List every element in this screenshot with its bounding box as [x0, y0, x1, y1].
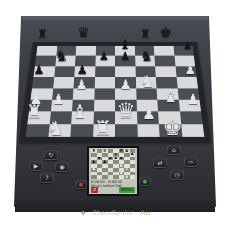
select-button[interactable]: ◉ — [55, 162, 69, 172]
lcd-screen: ♜♛♜♚♝♟♞♟♟♞♟♟♟♟♟♞♟♟♝♟♜♝♛♟♞♜♚ 0:00:00 0:00… — [87, 146, 139, 196]
board-square[interactable] — [115, 124, 137, 137]
clock-button[interactable]: ◷ — [170, 170, 184, 180]
board-square[interactable] — [36, 46, 57, 56]
board-square[interactable] — [155, 66, 176, 77]
board-square[interactable] — [180, 112, 203, 124]
lcd-piece: ♜ — [108, 175, 112, 179]
piece-white-knight[interactable]: ♞ — [47, 119, 65, 139]
piece-white-bishop[interactable]: ♝ — [72, 103, 89, 122]
select-icon: ◉ — [59, 164, 64, 170]
board-square[interactable] — [154, 56, 175, 66]
lcd-piece: ♚ — [125, 175, 129, 179]
piece-white-queen[interactable]: ♛ — [116, 100, 135, 121]
piece-black-queen[interactable]: ♛ — [77, 26, 89, 40]
board-square[interactable] — [137, 124, 160, 137]
board-square[interactable] — [70, 124, 93, 137]
green-confirm-button[interactable]: ● — [139, 177, 151, 186]
lcd-piece: ♞ — [97, 175, 101, 179]
piece-white-king[interactable]: ♚ — [163, 116, 183, 139]
piece-black-pawn[interactable]: ♟ — [34, 64, 45, 76]
piece-white-pawn[interactable]: ♟ — [142, 107, 155, 122]
piece-white-pawn[interactable]: ♟ — [52, 92, 65, 106]
millennium-cross-icon: ✚ — [81, 209, 86, 216]
help-button[interactable]: ? — [40, 173, 54, 183]
piece-white-pawn[interactable]: ♟ — [187, 92, 200, 106]
brand-name: ChessGenius — [93, 209, 134, 216]
product-photo: ♜♛♜♚♝♟♞♟♟♞♟♟♟♟♟♞♟♟♝♟♜♝♛♟♞♜♚ ↻ ▶ ◉ ? ● ⌂ … — [0, 0, 230, 230]
piece-white-rook[interactable]: ♜ — [94, 119, 112, 139]
piece-black-pawn[interactable]: ♟ — [120, 51, 130, 62]
home-button[interactable]: ⌂ — [167, 145, 181, 155]
lcd-red-softkey: ✗ — [91, 187, 98, 193]
help-icon: ? — [45, 175, 48, 181]
piece-black-pawn[interactable]: ♟ — [77, 64, 88, 76]
home-icon: ⌂ — [172, 147, 176, 153]
board-square[interactable] — [115, 66, 135, 77]
board-square[interactable] — [76, 46, 96, 56]
green-dot-icon: ● — [143, 179, 147, 184]
board-square[interactable] — [94, 77, 115, 88]
board-square[interactable] — [53, 77, 74, 88]
piece-white-rook[interactable]: ♜ — [26, 103, 43, 122]
lcd-green-softkey: MENU — [119, 187, 135, 193]
play-button[interactable]: ▶ — [29, 161, 43, 171]
piece-black-rook[interactable]: ♜ — [37, 28, 48, 40]
board-square[interactable] — [54, 66, 75, 77]
piece-black-pawn[interactable]: ♟ — [183, 40, 192, 50]
board-square[interactable] — [154, 46, 174, 56]
brand-suffix: Pro — [140, 209, 150, 216]
board-square[interactable] — [93, 100, 115, 112]
piece-black-knight[interactable]: ♞ — [140, 49, 153, 63]
device-top-rim — [22, 16, 208, 20]
lcd-mini-board: ♜♛♜♚♝♟♞♟♟♞♟♟♟♟♟♞♟♟♝♟♜♝♛♟♞♜♚ — [91, 149, 135, 179]
lcd-face: ♜♛♜♚♝♟♞♟♟♞♟♟♟♟♟♞♟♟♝♟♜♝♛♟♞♜♚ 0:00:00 0:00… — [89, 148, 137, 194]
play-icon: ▶ — [34, 163, 39, 169]
piece-white-knight[interactable]: ♞ — [140, 74, 155, 90]
piece-white-pawn[interactable]: ♟ — [120, 78, 132, 91]
piece-white-pawn[interactable]: ♟ — [76, 78, 88, 91]
takeback-button[interactable]: ⇄ — [153, 158, 167, 168]
board-square[interactable] — [26, 124, 50, 137]
takeback-icon: ⇄ — [157, 160, 162, 166]
piece-black-knight[interactable]: ♞ — [55, 49, 68, 63]
red-dot-icon: ● — [79, 182, 83, 187]
power-button[interactable]: ↻ — [44, 150, 58, 160]
piece-white-bishop[interactable]: ♝ — [163, 88, 179, 106]
forward-icon: ⇨ — [188, 159, 193, 165]
board-square[interactable] — [176, 77, 198, 88]
piece-black-rook[interactable]: ♜ — [140, 28, 151, 40]
lcd-board-square — [130, 175, 136, 179]
brand-logo: ✚ ChessGenius Pro — [0, 202, 230, 221]
forward-button[interactable]: ⇨ — [184, 157, 198, 167]
piece-black-king[interactable]: ♚ — [160, 26, 172, 40]
board-square[interactable] — [95, 66, 115, 77]
power-icon: ↻ — [48, 152, 53, 158]
board-square[interactable] — [181, 124, 205, 137]
board-square[interactable] — [94, 88, 115, 100]
red-cancel-button[interactable]: ● — [75, 180, 87, 189]
piece-black-pawn[interactable]: ♟ — [99, 51, 109, 62]
clock-icon: ◷ — [174, 172, 179, 178]
board-square[interactable] — [32, 77, 54, 88]
piece-white-pawn[interactable]: ♟ — [185, 64, 196, 76]
